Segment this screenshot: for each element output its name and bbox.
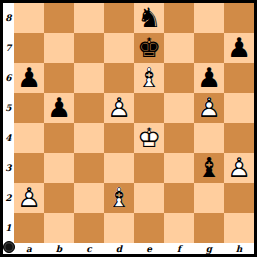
black-pawn-g6[interactable]: ♟ <box>194 63 224 93</box>
file-label-f: f <box>164 243 194 254</box>
square-c2[interactable] <box>74 183 104 213</box>
square-d6[interactable] <box>104 63 134 93</box>
square-d7[interactable] <box>104 33 134 63</box>
chess-board: ♞♚♟♟♝♗♟♟♟♙♟♙♚♔♝♟♙♟♙♝♗ <box>14 3 254 243</box>
square-g1[interactable] <box>194 213 224 243</box>
rank-label-5: 5 <box>3 93 14 123</box>
square-h4[interactable] <box>224 123 254 153</box>
white-pawn-g5[interactable]: ♟♙ <box>194 93 224 123</box>
black-pawn-b5[interactable]: ♟ <box>44 93 74 123</box>
square-h2[interactable] <box>224 183 254 213</box>
square-h8[interactable] <box>224 3 254 33</box>
file-label-a: a <box>14 243 44 254</box>
square-f8[interactable] <box>164 3 194 33</box>
square-h6[interactable] <box>224 63 254 93</box>
pawn-icon: ♟ <box>224 33 254 63</box>
file-label-c: c <box>74 243 104 254</box>
pawn-icon: ♙ <box>104 93 134 123</box>
square-a8[interactable] <box>14 3 44 33</box>
file-label-d: d <box>104 243 134 254</box>
square-e3[interactable] <box>134 153 164 183</box>
square-d4[interactable] <box>104 123 134 153</box>
rank-label-6: 6 <box>3 63 14 93</box>
chess-diagram: 87654321 ♞♚♟♟♝♗♟♟♟♙♟♙♚♔♝♟♙♟♙♝♗ abcdefgh <box>0 0 257 257</box>
square-b6[interactable] <box>44 63 74 93</box>
square-f3[interactable] <box>164 153 194 183</box>
black-pawn-h7[interactable]: ♟ <box>224 33 254 63</box>
file-labels: abcdefgh <box>14 243 254 254</box>
rank-labels: 87654321 <box>3 3 14 243</box>
square-b3[interactable] <box>44 153 74 183</box>
square-e5[interactable] <box>134 93 164 123</box>
square-e1[interactable] <box>134 213 164 243</box>
king-icon: ♚ <box>134 33 164 63</box>
square-g4[interactable] <box>194 123 224 153</box>
square-h1[interactable] <box>224 213 254 243</box>
square-d1[interactable] <box>104 213 134 243</box>
pawn-icon: ♟ <box>194 63 224 93</box>
white-bishop-d2[interactable]: ♝♗ <box>104 183 134 213</box>
square-b7[interactable] <box>44 33 74 63</box>
square-g7[interactable] <box>194 33 224 63</box>
square-c3[interactable] <box>74 153 104 183</box>
pawn-icon: ♙ <box>14 183 44 213</box>
square-c1[interactable] <box>74 213 104 243</box>
knight-icon: ♞ <box>134 3 164 33</box>
rank-label-1: 1 <box>3 213 14 243</box>
square-a5[interactable] <box>14 93 44 123</box>
square-e2[interactable] <box>134 183 164 213</box>
square-g8[interactable] <box>194 3 224 33</box>
rank-label-3: 3 <box>3 153 14 183</box>
square-c7[interactable] <box>74 33 104 63</box>
bishop-icon: ♝ <box>194 153 224 183</box>
square-a1[interactable] <box>14 213 44 243</box>
white-pawn-h3[interactable]: ♟♙ <box>224 153 254 183</box>
square-f2[interactable] <box>164 183 194 213</box>
square-g2[interactable] <box>194 183 224 213</box>
square-a3[interactable] <box>14 153 44 183</box>
white-pawn-d5[interactable]: ♟♙ <box>104 93 134 123</box>
file-label-e: e <box>134 243 164 254</box>
black-knight-e8[interactable]: ♞ <box>134 3 164 33</box>
bishop-icon: ♗ <box>134 63 164 93</box>
pawn-icon: ♙ <box>194 93 224 123</box>
pawn-icon: ♟ <box>14 63 44 93</box>
black-bishop-g3[interactable]: ♝ <box>194 153 224 183</box>
square-f7[interactable] <box>164 33 194 63</box>
pawn-icon: ♙ <box>224 153 254 183</box>
white-bishop-e6[interactable]: ♝♗ <box>134 63 164 93</box>
square-c6[interactable] <box>74 63 104 93</box>
square-d8[interactable] <box>104 3 134 33</box>
white-pawn-a2[interactable]: ♟♙ <box>14 183 44 213</box>
square-f5[interactable] <box>164 93 194 123</box>
square-f6[interactable] <box>164 63 194 93</box>
white-king-e4[interactable]: ♚♔ <box>134 123 164 153</box>
file-label-h: h <box>224 243 254 254</box>
black-king-e7[interactable]: ♚ <box>134 33 164 63</box>
square-b1[interactable] <box>44 213 74 243</box>
square-b4[interactable] <box>44 123 74 153</box>
square-c5[interactable] <box>74 93 104 123</box>
rank-label-4: 4 <box>3 123 14 153</box>
file-label-g: g <box>194 243 224 254</box>
king-icon: ♔ <box>134 123 164 153</box>
square-b8[interactable] <box>44 3 74 33</box>
square-a4[interactable] <box>14 123 44 153</box>
square-a7[interactable] <box>14 33 44 63</box>
file-label-b: b <box>44 243 74 254</box>
square-c4[interactable] <box>74 123 104 153</box>
square-h5[interactable] <box>224 93 254 123</box>
rank-label-8: 8 <box>3 3 14 33</box>
bishop-icon: ♗ <box>104 183 134 213</box>
square-c8[interactable] <box>74 3 104 33</box>
square-d3[interactable] <box>104 153 134 183</box>
rank-label-7: 7 <box>3 33 14 63</box>
pawn-icon: ♟ <box>44 93 74 123</box>
square-b2[interactable] <box>44 183 74 213</box>
black-to-move-indicator <box>3 241 15 253</box>
square-f1[interactable] <box>164 213 194 243</box>
black-pawn-a6[interactable]: ♟ <box>14 63 44 93</box>
square-f4[interactable] <box>164 123 194 153</box>
rank-label-2: 2 <box>3 183 14 213</box>
